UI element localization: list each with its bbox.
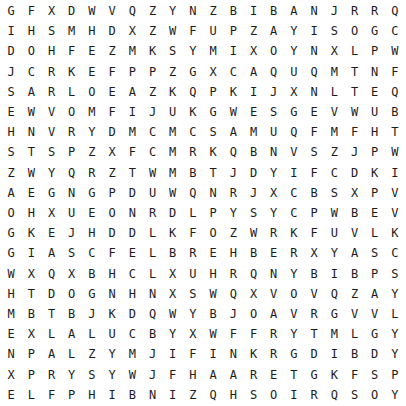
grid-cell[interactable]: W bbox=[324, 203, 344, 223]
grid-cell[interactable]: Z bbox=[102, 163, 122, 183]
grid-cell[interactable]: Z bbox=[142, 82, 162, 102]
grid-cell[interactable]: R bbox=[264, 344, 284, 364]
grid-cell[interactable]: T bbox=[344, 62, 364, 82]
grid-cell[interactable]: X bbox=[21, 264, 41, 284]
grid-cell[interactable]: I bbox=[223, 41, 243, 61]
grid-cell[interactable]: S bbox=[41, 142, 61, 162]
grid-cell[interactable]: G bbox=[1, 223, 21, 243]
grid-cell[interactable]: N bbox=[21, 122, 41, 142]
grid-cell[interactable]: V bbox=[324, 102, 344, 122]
grid-cell[interactable]: F bbox=[385, 62, 405, 82]
grid-cell[interactable]: J bbox=[264, 82, 284, 102]
grid-cell[interactable]: L bbox=[142, 264, 162, 284]
grid-cell[interactable]: V bbox=[102, 1, 122, 21]
grid-cell[interactable]: G bbox=[82, 284, 102, 304]
grid-cell[interactable]: J bbox=[243, 183, 263, 203]
grid-cell[interactable]: B bbox=[122, 385, 142, 405]
grid-cell[interactable]: C bbox=[122, 264, 142, 284]
grid-cell[interactable]: U bbox=[102, 324, 122, 344]
grid-cell[interactable]: S bbox=[203, 122, 223, 142]
grid-cell[interactable]: Q bbox=[284, 122, 304, 142]
grid-cell[interactable]: R bbox=[264, 324, 284, 344]
grid-cell[interactable]: H bbox=[223, 385, 243, 405]
grid-cell[interactable]: L bbox=[21, 385, 41, 405]
grid-cell[interactable]: P bbox=[365, 183, 385, 203]
grid-cell[interactable]: R bbox=[183, 142, 203, 162]
grid-cell[interactable]: B bbox=[344, 344, 364, 364]
grid-cell[interactable]: U bbox=[62, 203, 82, 223]
grid-cell[interactable]: B bbox=[203, 304, 223, 324]
grid-cell[interactable]: W bbox=[344, 102, 364, 122]
grid-cell[interactable]: W bbox=[223, 102, 243, 122]
grid-cell[interactable]: H bbox=[203, 264, 223, 284]
grid-cell[interactable]: N bbox=[142, 385, 162, 405]
grid-cell[interactable]: L bbox=[62, 344, 82, 364]
grid-cell[interactable]: R bbox=[304, 304, 324, 324]
grid-cell[interactable]: S bbox=[243, 385, 263, 405]
grid-cell[interactable]: B bbox=[344, 264, 364, 284]
grid-cell[interactable]: H bbox=[21, 203, 41, 223]
grid-cell[interactable]: G bbox=[183, 62, 203, 82]
grid-cell[interactable]: M bbox=[1, 304, 21, 324]
grid-cell[interactable]: H bbox=[21, 21, 41, 41]
grid-cell[interactable]: W bbox=[21, 163, 41, 183]
grid-cell[interactable]: S bbox=[365, 243, 385, 263]
grid-cell[interactable]: Q bbox=[324, 284, 344, 304]
grid-cell[interactable]: L bbox=[344, 324, 364, 344]
grid-cell[interactable]: Y bbox=[41, 163, 61, 183]
grid-cell[interactable]: K bbox=[324, 365, 344, 385]
grid-cell[interactable]: O bbox=[264, 385, 284, 405]
grid-cell[interactable]: R bbox=[223, 264, 243, 284]
grid-cell[interactable]: A bbox=[122, 82, 142, 102]
grid-cell[interactable]: Y bbox=[102, 344, 122, 364]
grid-cell[interactable]: I bbox=[163, 344, 183, 364]
grid-cell[interactable]: E bbox=[264, 365, 284, 385]
grid-cell[interactable]: N bbox=[264, 264, 284, 284]
grid-cell[interactable]: X bbox=[163, 264, 183, 284]
grid-cell[interactable]: Q bbox=[304, 62, 324, 82]
grid-cell[interactable]: G bbox=[365, 21, 385, 41]
grid-cell[interactable]: G bbox=[82, 183, 102, 203]
grid-cell[interactable]: L bbox=[365, 223, 385, 243]
grid-cell[interactable]: Z bbox=[203, 1, 223, 21]
grid-cell[interactable]: M bbox=[163, 142, 183, 162]
grid-cell[interactable]: A bbox=[1, 183, 21, 203]
grid-cell[interactable]: K bbox=[163, 223, 183, 243]
grid-cell[interactable]: I bbox=[122, 102, 142, 122]
grid-cell[interactable]: F bbox=[41, 385, 61, 405]
grid-cell[interactable]: T bbox=[304, 324, 324, 344]
grid-cell[interactable]: J bbox=[223, 163, 243, 183]
grid-cell[interactable]: R bbox=[284, 243, 304, 263]
grid-cell[interactable]: F bbox=[304, 163, 324, 183]
grid-cell[interactable]: Y bbox=[62, 365, 82, 385]
grid-cell[interactable]: D bbox=[102, 21, 122, 41]
grid-cell[interactable]: O bbox=[62, 102, 82, 122]
grid-cell[interactable]: F bbox=[304, 122, 324, 142]
grid-cell[interactable]: A bbox=[243, 62, 263, 82]
grid-cell[interactable]: B bbox=[264, 1, 284, 21]
grid-cell[interactable]: Y bbox=[163, 324, 183, 344]
grid-cell[interactable]: Q bbox=[324, 385, 344, 405]
grid-cell[interactable]: G bbox=[304, 365, 324, 385]
grid-cell[interactable]: W bbox=[122, 365, 142, 385]
grid-cell[interactable]: T bbox=[21, 142, 41, 162]
grid-cell[interactable]: W bbox=[385, 41, 405, 61]
grid-cell[interactable]: C bbox=[21, 62, 41, 82]
grid-cell[interactable]: H bbox=[102, 264, 122, 284]
grid-cell[interactable]: F bbox=[183, 223, 203, 243]
grid-cell[interactable]: I bbox=[284, 385, 304, 405]
grid-cell[interactable]: W bbox=[203, 284, 223, 304]
grid-cell[interactable]: Q bbox=[183, 183, 203, 203]
grid-cell[interactable]: M bbox=[203, 41, 223, 61]
grid-cell[interactable]: M bbox=[324, 62, 344, 82]
grid-cell[interactable]: V bbox=[385, 203, 405, 223]
grid-cell[interactable]: B bbox=[163, 243, 183, 263]
grid-cell[interactable]: Q bbox=[264, 62, 284, 82]
grid-cell[interactable]: N bbox=[183, 1, 203, 21]
grid-cell[interactable]: Y bbox=[102, 365, 122, 385]
grid-cell[interactable]: X bbox=[183, 324, 203, 344]
grid-cell[interactable]: Y bbox=[284, 41, 304, 61]
grid-cell[interactable]: E bbox=[1, 102, 21, 122]
grid-cell[interactable]: B bbox=[304, 264, 324, 284]
grid-cell[interactable]: W bbox=[163, 21, 183, 41]
grid-cell[interactable]: C bbox=[142, 142, 162, 162]
grid-cell[interactable]: R bbox=[243, 365, 263, 385]
grid-cell[interactable]: A bbox=[264, 304, 284, 324]
grid-cell[interactable]: V bbox=[264, 284, 284, 304]
grid-cell[interactable]: Z bbox=[1, 163, 21, 183]
grid-cell[interactable]: O bbox=[82, 82, 102, 102]
grid-cell[interactable]: R bbox=[365, 1, 385, 21]
grid-cell[interactable]: O bbox=[365, 385, 385, 405]
grid-cell[interactable]: T bbox=[385, 122, 405, 142]
grid-cell[interactable]: I bbox=[324, 344, 344, 364]
grid-cell[interactable]: I bbox=[304, 21, 324, 41]
grid-cell[interactable]: V bbox=[41, 102, 61, 122]
grid-cell[interactable]: E bbox=[82, 41, 102, 61]
grid-cell[interactable]: S bbox=[1, 142, 21, 162]
grid-cell[interactable]: Q bbox=[243, 264, 263, 284]
grid-cell[interactable]: O bbox=[1, 203, 21, 223]
grid-cell[interactable]: Y bbox=[385, 385, 405, 405]
grid-cell[interactable]: N bbox=[102, 284, 122, 304]
grid-cell[interactable]: K bbox=[243, 344, 263, 364]
grid-cell[interactable]: R bbox=[183, 243, 203, 263]
grid-cell[interactable]: R bbox=[142, 203, 162, 223]
grid-cell[interactable]: C bbox=[385, 21, 405, 41]
grid-cell[interactable]: I bbox=[284, 163, 304, 183]
grid-cell[interactable]: E bbox=[365, 203, 385, 223]
grid-cell[interactable]: J bbox=[82, 304, 102, 324]
grid-cell[interactable]: Y bbox=[324, 243, 344, 263]
grid-cell[interactable]: O bbox=[21, 41, 41, 61]
grid-cell[interactable]: X bbox=[21, 324, 41, 344]
grid-cell[interactable]: Z bbox=[82, 142, 102, 162]
grid-cell[interactable]: D bbox=[122, 223, 142, 243]
grid-cell[interactable]: H bbox=[223, 243, 243, 263]
grid-cell[interactable]: E bbox=[203, 243, 223, 263]
grid-cell[interactable]: N bbox=[304, 41, 324, 61]
grid-cell[interactable]: H bbox=[1, 284, 21, 304]
grid-cell[interactable]: K bbox=[21, 223, 41, 243]
grid-cell[interactable]: C bbox=[284, 183, 304, 203]
grid-cell[interactable]: U bbox=[365, 102, 385, 122]
grid-cell[interactable]: E bbox=[41, 223, 61, 243]
grid-cell[interactable]: F bbox=[122, 142, 142, 162]
grid-cell[interactable]: Y bbox=[82, 122, 102, 142]
grid-cell[interactable]: D bbox=[304, 344, 324, 364]
grid-cell[interactable]: U bbox=[324, 223, 344, 243]
grid-cell[interactable]: Y bbox=[223, 203, 243, 223]
grid-cell[interactable]: R bbox=[264, 223, 284, 243]
grid-cell[interactable]: Q bbox=[385, 82, 405, 102]
grid-cell[interactable]: D bbox=[122, 304, 142, 324]
grid-cell[interactable]: R bbox=[41, 365, 61, 385]
grid-cell[interactable]: F bbox=[243, 324, 263, 344]
grid-cell[interactable]: G bbox=[1, 243, 21, 263]
grid-cell[interactable]: H bbox=[82, 223, 102, 243]
grid-cell[interactable]: S bbox=[183, 284, 203, 304]
grid-cell[interactable]: O bbox=[264, 41, 284, 61]
grid-cell[interactable]: M bbox=[122, 344, 142, 364]
grid-cell[interactable]: Z bbox=[243, 21, 263, 41]
grid-cell[interactable]: N bbox=[62, 183, 82, 203]
grid-cell[interactable]: E bbox=[304, 102, 324, 122]
grid-cell[interactable]: V bbox=[284, 142, 304, 162]
grid-cell[interactable]: Y bbox=[264, 203, 284, 223]
grid-cell[interactable]: D bbox=[102, 122, 122, 142]
grid-cell[interactable]: Z bbox=[183, 385, 203, 405]
grid-cell[interactable]: P bbox=[365, 264, 385, 284]
grid-cell[interactable]: B bbox=[62, 304, 82, 324]
grid-cell[interactable]: L bbox=[142, 223, 162, 243]
grid-cell[interactable]: G bbox=[203, 102, 223, 122]
grid-cell[interactable]: Y bbox=[284, 324, 304, 344]
grid-cell[interactable]: E bbox=[21, 183, 41, 203]
grid-cell[interactable]: X bbox=[122, 21, 142, 41]
grid-cell[interactable]: X bbox=[203, 62, 223, 82]
grid-cell[interactable]: B bbox=[344, 203, 364, 223]
grid-cell[interactable]: W bbox=[203, 324, 223, 344]
grid-cell[interactable]: Y bbox=[163, 1, 183, 21]
grid-cell[interactable]: O bbox=[62, 284, 82, 304]
grid-cell[interactable]: X bbox=[1, 365, 21, 385]
grid-cell[interactable]: N bbox=[223, 344, 243, 364]
grid-cell[interactable]: Y bbox=[284, 21, 304, 41]
grid-cell[interactable]: I bbox=[203, 344, 223, 364]
grid-cell[interactable]: B bbox=[304, 183, 324, 203]
grid-cell[interactable]: O bbox=[102, 203, 122, 223]
grid-cell[interactable]: H bbox=[122, 284, 142, 304]
grid-cell[interactable]: A bbox=[62, 324, 82, 344]
grid-cell[interactable]: R bbox=[304, 385, 324, 405]
grid-cell[interactable]: F bbox=[344, 122, 364, 142]
grid-cell[interactable]: B bbox=[21, 304, 41, 324]
grid-cell[interactable]: L bbox=[344, 41, 364, 61]
grid-cell[interactable]: A bbox=[365, 284, 385, 304]
grid-cell[interactable]: L bbox=[142, 243, 162, 263]
grid-cell[interactable]: S bbox=[163, 41, 183, 61]
grid-cell[interactable]: Y bbox=[183, 41, 203, 61]
grid-cell[interactable]: F bbox=[183, 344, 203, 364]
grid-cell[interactable]: J bbox=[1, 62, 21, 82]
grid-cell[interactable]: N bbox=[304, 1, 324, 21]
grid-cell[interactable]: A bbox=[284, 1, 304, 21]
grid-cell[interactable]: V bbox=[385, 183, 405, 203]
grid-cell[interactable]: P bbox=[365, 142, 385, 162]
grid-cell[interactable]: S bbox=[264, 102, 284, 122]
grid-cell[interactable]: G bbox=[284, 102, 304, 122]
grid-cell[interactable]: W bbox=[21, 102, 41, 122]
grid-cell[interactable]: D bbox=[1, 41, 21, 61]
grid-cell[interactable]: C bbox=[122, 324, 142, 344]
grid-cell[interactable]: T bbox=[21, 284, 41, 304]
grid-cell[interactable]: B bbox=[82, 264, 102, 284]
grid-cell[interactable]: S bbox=[243, 203, 263, 223]
grid-cell[interactable]: M bbox=[163, 122, 183, 142]
grid-cell[interactable]: P bbox=[62, 142, 82, 162]
grid-cell[interactable]: D bbox=[122, 183, 142, 203]
grid-cell[interactable]: S bbox=[344, 385, 364, 405]
grid-cell[interactable]: A bbox=[21, 82, 41, 102]
grid-cell[interactable]: J bbox=[223, 304, 243, 324]
grid-cell[interactable]: Q bbox=[223, 142, 243, 162]
grid-cell[interactable]: A bbox=[41, 243, 61, 263]
grid-cell[interactable]: L bbox=[62, 82, 82, 102]
grid-cell[interactable]: S bbox=[82, 365, 102, 385]
grid-cell[interactable]: C bbox=[385, 243, 405, 263]
grid-cell[interactable]: B bbox=[243, 142, 263, 162]
grid-cell[interactable]: K bbox=[203, 142, 223, 162]
grid-cell[interactable]: W bbox=[163, 304, 183, 324]
grid-cell[interactable]: P bbox=[385, 365, 405, 385]
grid-cell[interactable]: R bbox=[41, 62, 61, 82]
grid-cell[interactable]: D bbox=[243, 163, 263, 183]
grid-cell[interactable]: F bbox=[102, 243, 122, 263]
grid-cell[interactable]: Y bbox=[284, 264, 304, 284]
grid-cell[interactable]: Y bbox=[385, 324, 405, 344]
grid-cell[interactable]: I bbox=[385, 163, 405, 183]
grid-cell[interactable]: T bbox=[122, 163, 142, 183]
grid-cell[interactable]: X bbox=[284, 82, 304, 102]
grid-cell[interactable]: S bbox=[41, 21, 61, 41]
grid-cell[interactable]: P bbox=[21, 365, 41, 385]
grid-cell[interactable]: C bbox=[284, 203, 304, 223]
grid-cell[interactable]: E bbox=[365, 82, 385, 102]
grid-cell[interactable]: R bbox=[223, 183, 243, 203]
grid-cell[interactable]: Q bbox=[62, 163, 82, 183]
grid-cell[interactable]: W bbox=[385, 142, 405, 162]
grid-cell[interactable]: M bbox=[122, 41, 142, 61]
grid-cell[interactable]: Z bbox=[344, 284, 364, 304]
grid-cell[interactable]: O bbox=[344, 21, 364, 41]
grid-cell[interactable]: F bbox=[304, 223, 324, 243]
grid-cell[interactable]: A bbox=[41, 344, 61, 364]
grid-cell[interactable]: X bbox=[163, 284, 183, 304]
grid-cell[interactable]: A bbox=[223, 122, 243, 142]
grid-cell[interactable]: H bbox=[41, 41, 61, 61]
grid-cell[interactable]: X bbox=[243, 284, 263, 304]
grid-cell[interactable]: J bbox=[344, 142, 364, 162]
grid-cell[interactable]: W bbox=[1, 264, 21, 284]
grid-cell[interactable]: G bbox=[324, 304, 344, 324]
grid-cell[interactable]: P bbox=[102, 183, 122, 203]
grid-cell[interactable]: K bbox=[385, 223, 405, 243]
grid-cell[interactable]: B bbox=[183, 163, 203, 183]
grid-cell[interactable]: P bbox=[365, 41, 385, 61]
grid-cell[interactable]: C bbox=[82, 243, 102, 263]
grid-cell[interactable]: I bbox=[163, 385, 183, 405]
grid-cell[interactable]: Q bbox=[183, 82, 203, 102]
grid-cell[interactable]: K bbox=[284, 223, 304, 243]
grid-cell[interactable]: J bbox=[142, 344, 162, 364]
grid-cell[interactable]: Z bbox=[102, 41, 122, 61]
grid-cell[interactable]: X bbox=[264, 183, 284, 203]
grid-cell[interactable]: B bbox=[142, 324, 162, 344]
grid-cell[interactable]: N bbox=[264, 142, 284, 162]
grid-cell[interactable]: I bbox=[21, 243, 41, 263]
grid-cell[interactable]: X bbox=[344, 183, 364, 203]
grid-cell[interactable]: U bbox=[203, 21, 223, 41]
grid-cell[interactable]: F bbox=[21, 1, 41, 21]
grid-cell[interactable]: L bbox=[385, 304, 405, 324]
grid-cell[interactable]: R bbox=[344, 1, 364, 21]
grid-cell[interactable]: N bbox=[203, 183, 223, 203]
grid-cell[interactable]: E bbox=[1, 324, 21, 344]
grid-cell[interactable]: G bbox=[41, 183, 61, 203]
grid-cell[interactable]: X bbox=[102, 142, 122, 162]
grid-cell[interactable]: O bbox=[203, 223, 223, 243]
grid-cell[interactable]: K bbox=[142, 41, 162, 61]
grid-cell[interactable]: S bbox=[1, 82, 21, 102]
grid-cell[interactable]: K bbox=[163, 82, 183, 102]
grid-cell[interactable]: M bbox=[243, 122, 263, 142]
grid-cell[interactable]: U bbox=[163, 102, 183, 122]
grid-cell[interactable]: H bbox=[183, 365, 203, 385]
grid-cell[interactable]: P bbox=[122, 62, 142, 82]
grid-cell[interactable]: N bbox=[365, 62, 385, 82]
grid-cell[interactable]: P bbox=[142, 62, 162, 82]
grid-cell[interactable]: N bbox=[122, 203, 142, 223]
grid-cell[interactable]: Q bbox=[223, 284, 243, 304]
grid-cell[interactable]: F bbox=[102, 62, 122, 82]
grid-cell[interactable]: M bbox=[324, 122, 344, 142]
grid-cell[interactable]: I bbox=[324, 264, 344, 284]
grid-cell[interactable]: N bbox=[1, 344, 21, 364]
grid-cell[interactable]: E bbox=[1, 385, 21, 405]
grid-cell[interactable]: V bbox=[344, 304, 364, 324]
grid-cell[interactable]: M bbox=[82, 102, 102, 122]
grid-cell[interactable]: Y bbox=[385, 344, 405, 364]
grid-cell[interactable]: N bbox=[142, 284, 162, 304]
grid-cell[interactable]: M bbox=[122, 122, 142, 142]
grid-cell[interactable]: M bbox=[163, 163, 183, 183]
grid-cell[interactable]: X bbox=[304, 243, 324, 263]
grid-cell[interactable]: C bbox=[324, 163, 344, 183]
grid-cell[interactable]: P bbox=[203, 82, 223, 102]
grid-cell[interactable]: Y bbox=[183, 304, 203, 324]
grid-cell[interactable]: U bbox=[142, 183, 162, 203]
grid-cell[interactable]: Q bbox=[122, 1, 142, 21]
grid-cell[interactable]: A bbox=[203, 365, 223, 385]
grid-cell[interactable]: S bbox=[324, 183, 344, 203]
grid-cell[interactable]: R bbox=[41, 82, 61, 102]
grid-cell[interactable]: X bbox=[62, 264, 82, 284]
